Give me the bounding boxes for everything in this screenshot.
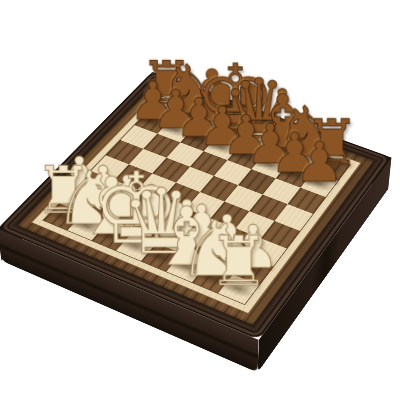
pawn-glyph-icon: ♟ — [287, 85, 351, 185]
chess-set-product-photo: ♜♞♝♚♛♝♞♜♟♟♟♟♟♟♟♟♟♟♟♟♟♟♟♟♜♞♝♚♛♝♞♜ — [0, 0, 400, 400]
rook-glyph-icon: ♜ — [204, 182, 273, 290]
